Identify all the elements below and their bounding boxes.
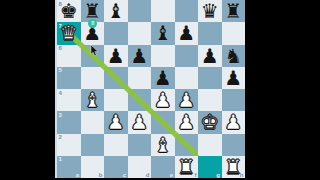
brilliant-badge: !! bbox=[88, 19, 97, 28]
mouse-cursor-icon bbox=[90, 45, 99, 57]
square-g4[interactable] bbox=[198, 89, 222, 111]
square-d7[interactable] bbox=[128, 22, 152, 44]
square-e6[interactable] bbox=[151, 45, 175, 67]
white-queen-a7[interactable]: ♛ bbox=[60, 23, 78, 43]
black-bishop-c8[interactable]: ♝ bbox=[107, 1, 125, 21]
square-a6[interactable]: 6 bbox=[57, 45, 81, 67]
app-background: 8♚♜♝♛♜7♛♟♝♟6♟♟♟♞5♟♟4♝♟♟3♟♟♟♚♟2♝1abcdef♜g… bbox=[0, 0, 320, 180]
square-e5[interactable]: ♟ bbox=[151, 67, 175, 89]
file-label-e: e bbox=[170, 172, 173, 178]
rank-label-5: 5 bbox=[59, 67, 62, 73]
white-rook-h1[interactable]: ♜ bbox=[224, 157, 242, 177]
white-pawn-c3[interactable]: ♟ bbox=[107, 112, 125, 132]
square-a1[interactable]: 1a bbox=[57, 156, 81, 178]
file-label-d: d bbox=[146, 172, 150, 178]
white-pawn-d3[interactable]: ♟ bbox=[130, 112, 148, 132]
square-c8[interactable]: ♝ bbox=[104, 0, 128, 22]
square-d5[interactable] bbox=[128, 67, 152, 89]
white-king-g3[interactable]: ♚ bbox=[201, 112, 219, 132]
rank-label-2: 2 bbox=[59, 134, 62, 140]
black-pawn-f7[interactable]: ♟ bbox=[177, 23, 195, 43]
square-a5[interactable]: 5 bbox=[57, 67, 81, 89]
square-h7[interactable] bbox=[222, 22, 246, 44]
black-bishop-e7[interactable]: ♝ bbox=[154, 23, 172, 43]
square-f8[interactable] bbox=[175, 0, 199, 22]
square-c6[interactable]: ♟ bbox=[104, 45, 128, 67]
rank-label-4: 4 bbox=[59, 90, 62, 96]
square-f3[interactable]: ♟ bbox=[175, 111, 199, 133]
white-bishop-e2[interactable]: ♝ bbox=[154, 135, 172, 155]
square-e3[interactable] bbox=[151, 111, 175, 133]
black-pawn-e5[interactable]: ♟ bbox=[154, 68, 172, 88]
chess-board[interactable]: 8♚♜♝♛♜7♛♟♝♟6♟♟♟♞5♟♟4♝♟♟3♟♟♟♚♟2♝1abcdef♜g… bbox=[55, 0, 245, 178]
square-c3[interactable]: ♟ bbox=[104, 111, 128, 133]
square-h1[interactable]: h♜ bbox=[222, 156, 246, 178]
square-g8[interactable]: ♛ bbox=[198, 0, 222, 22]
black-pawn-h5[interactable]: ♟ bbox=[224, 68, 242, 88]
square-f4[interactable]: ♟ bbox=[175, 89, 199, 111]
square-a7[interactable]: 7♛ bbox=[57, 22, 81, 44]
square-b1[interactable]: b bbox=[81, 156, 105, 178]
square-b2[interactable] bbox=[81, 134, 105, 156]
square-e8[interactable] bbox=[151, 0, 175, 22]
square-d1[interactable]: d bbox=[128, 156, 152, 178]
square-g5[interactable] bbox=[198, 67, 222, 89]
black-pawn-d6[interactable]: ♟ bbox=[130, 46, 148, 66]
square-a4[interactable]: 4 bbox=[57, 89, 81, 111]
square-h2[interactable] bbox=[222, 134, 246, 156]
square-c5[interactable] bbox=[104, 67, 128, 89]
square-c7[interactable] bbox=[104, 22, 128, 44]
black-king-a8[interactable]: ♚ bbox=[60, 1, 78, 21]
square-f5[interactable] bbox=[175, 67, 199, 89]
square-a8[interactable]: 8♚ bbox=[57, 0, 81, 22]
square-g2[interactable] bbox=[198, 134, 222, 156]
square-a3[interactable]: 3 bbox=[57, 111, 81, 133]
file-label-c: c bbox=[123, 172, 126, 178]
square-d4[interactable] bbox=[128, 89, 152, 111]
square-e4[interactable]: ♟ bbox=[151, 89, 175, 111]
white-rook-f1[interactable]: ♜ bbox=[177, 157, 195, 177]
black-queen-g8[interactable]: ♛ bbox=[201, 1, 219, 21]
square-f6[interactable] bbox=[175, 45, 199, 67]
black-rook-h8[interactable]: ♜ bbox=[224, 1, 242, 21]
square-e7[interactable]: ♝ bbox=[151, 22, 175, 44]
square-c1[interactable]: c bbox=[104, 156, 128, 178]
square-c2[interactable] bbox=[104, 134, 128, 156]
rank-label-1: 1 bbox=[59, 156, 62, 162]
black-pawn-g6[interactable]: ♟ bbox=[201, 46, 219, 66]
square-f7[interactable]: ♟ bbox=[175, 22, 199, 44]
black-knight-h6[interactable]: ♞ bbox=[224, 46, 242, 66]
square-h8[interactable]: ♜ bbox=[222, 0, 246, 22]
square-g6[interactable]: ♟ bbox=[198, 45, 222, 67]
square-h4[interactable] bbox=[222, 89, 246, 111]
square-d3[interactable]: ♟ bbox=[128, 111, 152, 133]
square-f2[interactable] bbox=[175, 134, 199, 156]
white-pawn-h3[interactable]: ♟ bbox=[224, 112, 242, 132]
rank-label-6: 6 bbox=[59, 45, 62, 51]
square-h5[interactable]: ♟ bbox=[222, 67, 246, 89]
square-b3[interactable] bbox=[81, 111, 105, 133]
square-d2[interactable] bbox=[128, 134, 152, 156]
square-g3[interactable]: ♚ bbox=[198, 111, 222, 133]
square-g1[interactable]: g bbox=[198, 156, 222, 178]
white-pawn-f3[interactable]: ♟ bbox=[177, 112, 195, 132]
square-a2[interactable]: 2 bbox=[57, 134, 81, 156]
square-h6[interactable]: ♞ bbox=[222, 45, 246, 67]
square-d8[interactable] bbox=[128, 0, 152, 22]
square-c4[interactable] bbox=[104, 89, 128, 111]
file-label-a: a bbox=[76, 172, 79, 178]
white-bishop-b4[interactable]: ♝ bbox=[83, 90, 101, 110]
square-f1[interactable]: f♜ bbox=[175, 156, 199, 178]
square-d6[interactable]: ♟ bbox=[128, 45, 152, 67]
file-label-g: g bbox=[216, 172, 220, 178]
square-b5[interactable] bbox=[81, 67, 105, 89]
square-b4[interactable]: ♝ bbox=[81, 89, 105, 111]
black-pawn-c6[interactable]: ♟ bbox=[107, 46, 125, 66]
board-frame: 8♚♜♝♛♜7♛♟♝♟6♟♟♟♞5♟♟4♝♟♟3♟♟♟♚♟2♝1abcdef♜g… bbox=[55, 0, 245, 178]
square-g7[interactable] bbox=[198, 22, 222, 44]
rank-label-3: 3 bbox=[59, 112, 62, 118]
white-pawn-f4[interactable]: ♟ bbox=[177, 90, 195, 110]
square-h3[interactable]: ♟ bbox=[222, 111, 246, 133]
file-label-b: b bbox=[99, 172, 103, 178]
brilliant-badge-text: !! bbox=[91, 19, 94, 28]
square-e2[interactable]: ♝ bbox=[151, 134, 175, 156]
white-pawn-e4[interactable]: ♟ bbox=[154, 90, 172, 110]
square-e1[interactable]: e bbox=[151, 156, 175, 178]
